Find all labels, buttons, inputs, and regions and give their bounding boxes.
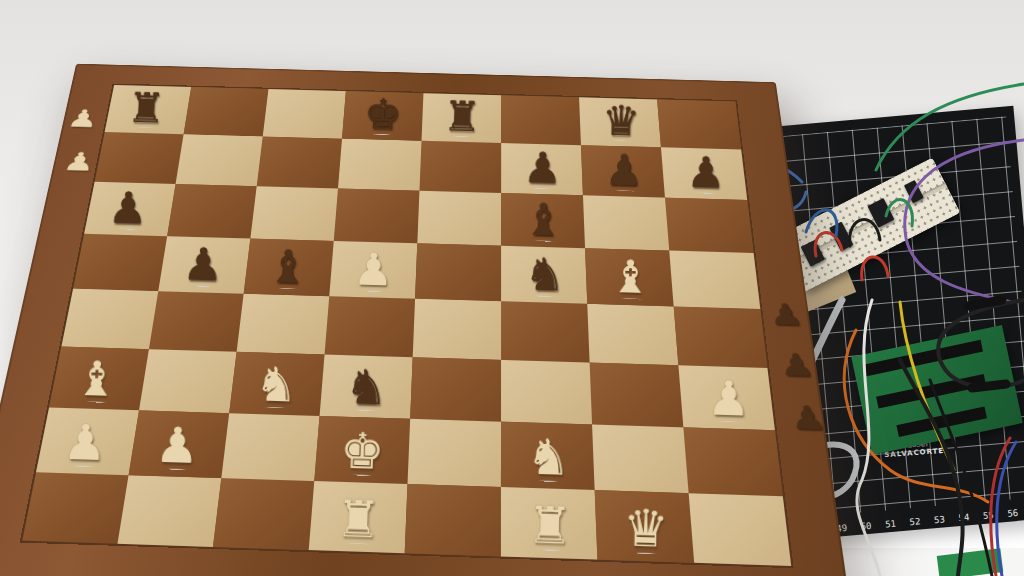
square-b8 [184,87,269,136]
black-bishop-c5: ♝ [244,240,331,293]
square-f2: ♞ [501,422,595,490]
square-c3: ♞ [229,352,324,416]
chess-board-frame: ♜♚♜♛♟♟♟♟♝♟♝♟♞♝♝♞♞♟♟♟♚♞♜♜♛ ♟♟ ♟♟♟ [0,64,855,576]
square-h6 [665,198,754,253]
square-a4 [61,289,158,350]
square-f4 [501,301,590,362]
square-e8: ♜ [421,93,501,143]
white-king-d2: ♚ [315,422,410,481]
square-f3 [501,360,592,425]
square-c1 [213,478,314,550]
square-a6: ♟ [84,182,175,236]
square-f7: ♟ [501,143,583,195]
square-h2 [683,427,782,496]
square-e5 [415,243,501,301]
ruler-number: 55 [983,510,995,521]
square-c7 [257,136,342,188]
square-c4 [237,294,330,355]
white-bishop-g5: ♝ [587,250,674,303]
white-pawn-h3: ♟ [683,370,775,427]
square-f1: ♜ [501,487,597,560]
square-b4 [149,291,244,352]
square-f5: ♞ [501,246,587,304]
ruler-number: 54 [958,512,970,523]
square-b1 [117,475,221,547]
white-knight-c3: ♞ [230,356,322,413]
black-bishop-f6: ♝ [501,194,586,246]
square-d5: ♟ [329,241,417,299]
ruler-number: 50 [860,521,872,532]
square-g4 [587,304,678,365]
white-queen-g1: ♛ [597,498,694,559]
square-g3 [590,363,684,428]
square-c2 [221,413,319,481]
chess-board: ♜♚♜♛♟♟♟♟♝♟♝♟♞♝♝♞♞♟♟♟♚♞♜♜♛ ♟♟ ♟♟♟ [0,64,855,576]
white-knight-f2: ♞ [501,428,595,487]
square-e6 [417,191,501,246]
square-e3 [410,357,501,422]
square-b2: ♟ [129,410,230,478]
black-pawn-a6: ♟ [85,182,170,233]
ruler-number: 53 [934,514,946,525]
ruler-number: 52 [909,516,921,527]
square-c5: ♝ [244,239,334,297]
square-h5 [669,251,760,309]
square-d1: ♜ [309,481,408,553]
square-b3 [139,349,237,413]
square-g7: ♟ [581,145,665,198]
square-d6 [334,188,420,243]
square-a8: ♜ [105,85,192,134]
square-h8 [657,99,741,149]
white-pawn-d5: ♟ [330,243,417,296]
pcb-header-strip [876,374,986,409]
square-g5: ♝ [585,248,674,306]
black-rook-a8: ♜ [106,84,187,132]
ic-chip [801,240,825,267]
captured-black-pawn: ♟ [777,349,816,382]
black-pawn-f7: ♟ [501,143,584,193]
black-queen-g8: ♛ [581,96,661,145]
square-d7 [338,139,422,191]
ruler-number: 56 [1007,508,1019,519]
square-a7 [95,132,184,184]
square-f6: ♝ [501,193,585,248]
square-a2: ♟ [36,408,139,476]
square-e4 [413,299,501,360]
pcb-header-strip [896,406,987,436]
square-g8: ♛ [579,97,661,147]
square-a5 [73,234,167,291]
white-rook-f1: ♜ [501,495,598,556]
square-a3: ♝ [49,346,149,410]
black-king-d8: ♚ [342,90,423,139]
square-c6 [250,186,338,241]
white-pawn-b2: ♟ [130,416,225,475]
chess-grid: ♜♚♜♛♟♟♟♟♝♟♝♟♞♝♝♞♞♟♟♟♚♞♜♜♛ [20,84,794,569]
captured-black-pawn: ♟ [788,401,828,436]
captured-white-pawn: ♟ [65,106,101,132]
square-e7 [419,141,501,193]
square-g6 [583,195,669,250]
ruler-number: 51 [885,519,897,530]
square-e1 [405,484,501,556]
square-d8: ♚ [342,91,423,141]
black-knight-f5: ♞ [501,248,588,301]
black-pawn-h7: ♟ [664,147,746,197]
square-h3: ♟ [678,365,774,430]
square-b5: ♟ [158,236,250,294]
square-c8 [263,89,346,139]
square-d4 [325,296,416,357]
square-b6 [167,184,257,239]
black-pawn-g7: ♟ [583,145,666,195]
square-h4 [674,306,768,368]
square-h1 [689,493,792,566]
black-rook-e8: ♜ [422,92,503,141]
square-a1 [22,472,128,544]
square-f8 [501,95,581,145]
square-d3: ♞ [320,354,413,418]
captured-white-pawn: ♟ [61,148,98,175]
square-e2 [408,419,501,487]
square-b7 [176,134,263,186]
square-g2 [592,425,689,494]
black-knight-d3: ♞ [320,359,412,416]
white-rook-d1: ♜ [309,489,407,550]
white-pawn-a2: ♟ [37,413,132,471]
black-pawn-b5: ♟ [159,238,246,291]
white-bishop-a3: ♝ [50,351,142,407]
square-d2: ♚ [314,416,410,484]
captured-black-pawn: ♟ [767,299,805,331]
square-h7: ♟ [661,147,747,200]
square-g1: ♛ [595,490,695,563]
